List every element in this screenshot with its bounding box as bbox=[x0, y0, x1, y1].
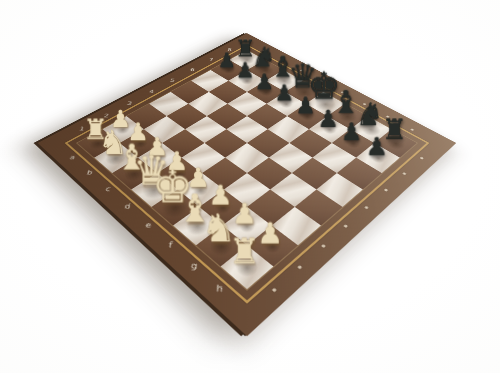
rank-label-3: 3 bbox=[123, 101, 135, 107]
rank-label-6: 6 bbox=[187, 68, 198, 73]
chess-board: 12345678abcdefgh ♜♞♝♛♚♝♞♜♟♟♟♟♟♟♟♟♟♟♟♟♟♟♟… bbox=[38, 33, 457, 336]
rank-label-4: 4 bbox=[146, 89, 158, 94]
white-rook-glyph: ♜ bbox=[229, 234, 260, 269]
photo-scene: 12345678abcdefgh ♜♞♝♛♚♝♞♜♟♟♟♟♟♟♟♟♟♟♟♟♟♟♟… bbox=[0, 0, 500, 373]
rank-label-7: 7 bbox=[206, 58, 216, 63]
rank-label-8: 8 bbox=[225, 48, 235, 52]
piece-black-pawn-h7[interactable]: ♟ bbox=[346, 134, 408, 159]
rank-label-5: 5 bbox=[167, 78, 178, 83]
piece-white-rook-h1[interactable]: ♜ bbox=[207, 234, 282, 269]
black-pawn-glyph: ♟ bbox=[365, 134, 387, 159]
